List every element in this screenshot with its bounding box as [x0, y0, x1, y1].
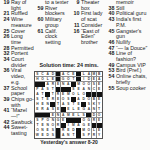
black-square	[97, 92, 102, 97]
answer-cell: S	[86, 102, 91, 107]
answer-cell: A	[97, 77, 102, 82]
clue-text: “East of Eden” brother	[81, 29, 105, 46]
answer-cell: R	[92, 133, 97, 138]
answer-cell: N	[40, 128, 45, 133]
clue-text: India's first P.M.	[116, 17, 150, 28]
clue-text: Calif. clock setting	[45, 29, 70, 46]
answer-cell: E	[61, 118, 66, 123]
answer-cell: E	[97, 82, 102, 87]
clue-text: Long time	[11, 34, 34, 45]
answer-cell: M	[92, 72, 97, 77]
clue-number: 39	[1, 97, 11, 103]
answer-cell: S	[35, 118, 40, 123]
answer-cell: O	[71, 92, 76, 97]
clue-number: 60	[35, 17, 45, 23]
clue-number: 16	[71, 29, 81, 35]
clue-item: 16“East of Eden” brother	[71, 29, 105, 46]
black-square	[56, 87, 61, 92]
black-square	[97, 123, 102, 128]
answer-cell: O	[86, 97, 91, 102]
black-square	[61, 87, 66, 92]
answer-cell: L	[76, 92, 81, 97]
black-square	[76, 118, 81, 123]
clue-number: 55	[106, 86, 116, 92]
answer-cell: E	[40, 102, 45, 107]
clue-column-2: to a texter59River blockers60Military gr…	[35, 0, 70, 46]
answer-cell: A	[35, 92, 40, 97]
answer-cell: I	[66, 123, 71, 128]
answer-cell: O	[81, 82, 86, 87]
black-square	[76, 133, 81, 138]
answer-cell: S	[66, 97, 71, 102]
answer-cell: E	[45, 128, 50, 133]
answer-cell: E	[66, 107, 71, 112]
answer-cell: S	[92, 82, 97, 87]
answer-cell: M	[71, 123, 76, 128]
answer-cell: N	[50, 118, 55, 123]
answer-cell: K	[92, 102, 97, 107]
answer-cell: P	[35, 87, 40, 92]
answer-cell: A	[45, 107, 50, 112]
answer-cell: O	[86, 128, 91, 133]
clue-number: 45	[106, 29, 116, 35]
answer-cell: A	[40, 87, 45, 92]
clue-item: 26Long time	[1, 34, 34, 45]
answer-cell: A	[61, 102, 66, 107]
answer-cell: M	[81, 128, 86, 133]
black-square	[66, 118, 71, 123]
clue-number: 54	[106, 74, 116, 80]
answer-cell: E	[40, 123, 45, 128]
answer-cell: O	[35, 128, 40, 133]
black-square	[35, 113, 40, 118]
answer-cell: R	[61, 128, 66, 133]
answer-cell: D	[71, 128, 76, 133]
answer-cell: R	[50, 97, 55, 102]
answer-cell: N	[66, 133, 71, 138]
answer-cell: T	[50, 92, 55, 97]
clue-column-1: 19Ray of light21Ruffled24Wine measure25C…	[1, 0, 34, 137]
answer-cell: S	[50, 133, 55, 138]
answer-cell: H	[35, 102, 40, 107]
black-square	[56, 133, 61, 138]
answer-cell: S	[50, 128, 55, 133]
black-square	[71, 97, 76, 102]
answer-cell: O	[50, 123, 55, 128]
clue-column-4: memoir38Still40Political guru43India's f…	[106, 0, 150, 91]
answer-cell: O	[97, 113, 102, 118]
answer-cell: A	[61, 113, 66, 118]
answer-cell: T	[50, 87, 55, 92]
black-square	[92, 92, 97, 97]
answer-cell: E	[56, 107, 61, 112]
answer-cell: O	[61, 97, 66, 102]
answer-cell: O	[66, 77, 71, 82]
answer-cell: D	[50, 72, 55, 77]
answer-cell: E	[71, 113, 76, 118]
answer-cell: B	[92, 97, 97, 102]
answer-cell: N	[45, 102, 50, 107]
black-square	[45, 113, 50, 118]
black-square	[50, 102, 55, 107]
answer-cell: E	[35, 107, 40, 112]
answer-cell: E	[50, 77, 55, 82]
answer-cell: E	[61, 92, 66, 97]
clue-number: 10	[71, 11, 81, 17]
answer-cell: E	[97, 118, 102, 123]
clue-number: 24	[1, 17, 11, 23]
answer-cell: C	[92, 87, 97, 92]
answer-cell: T	[56, 102, 61, 107]
answer-cell: G	[81, 107, 86, 112]
answer-cell: P	[86, 133, 91, 138]
black-square	[61, 123, 66, 128]
answer-cell: D	[81, 97, 86, 102]
answer-cell: A	[45, 72, 50, 77]
black-square	[92, 123, 97, 128]
answer-cell: A	[61, 133, 66, 138]
answer-cell: D	[86, 77, 91, 82]
clue-text: Online chats, briefly	[116, 74, 150, 85]
answer-cell: E	[76, 107, 81, 112]
black-square	[35, 82, 40, 87]
yesterdays-answer-grid: SCADACELAMBHOLEGOTIDEAARENAMOOSEPASTSEAN…	[34, 71, 103, 140]
clue-text: Military group	[45, 17, 70, 28]
answer-cell: E	[66, 128, 71, 133]
clue-number: 9	[71, 0, 81, 6]
clue-item: 55Soup cooker	[106, 86, 150, 92]
answer-cell: O	[40, 77, 45, 82]
black-square	[76, 72, 81, 77]
answer-cell: T	[71, 102, 76, 107]
answer-cell: M	[66, 113, 71, 118]
answer-cell: M	[76, 82, 81, 87]
answer-cell: R	[56, 123, 61, 128]
answer-cell: Y	[97, 102, 102, 107]
answer-cell: S	[81, 113, 86, 118]
black-square	[40, 82, 45, 87]
black-square	[61, 107, 66, 112]
answer-cell: S	[66, 102, 71, 107]
answer-cell: B	[97, 72, 102, 77]
clue-text: Viral video, e.g.	[11, 68, 34, 85]
answer-cell: D	[45, 133, 50, 138]
answer-cell: T	[97, 107, 102, 112]
answer-cell: E	[40, 133, 45, 138]
answer-cell: A	[45, 82, 50, 87]
clue-number: 48	[106, 51, 116, 57]
black-square	[66, 87, 71, 92]
answer-cell: S	[81, 133, 86, 138]
answer-cell: L	[45, 77, 50, 82]
answer-cell: T	[71, 77, 76, 82]
clue-item: 43India's first P.M.	[106, 17, 150, 28]
black-square	[76, 128, 81, 133]
answer-cell: D	[92, 113, 97, 118]
answer-cell: L	[71, 107, 76, 112]
answer-cell: S	[45, 87, 50, 92]
answer-cell: L	[81, 72, 86, 77]
answer-cell: E	[50, 113, 55, 118]
answer-cell: G	[86, 118, 91, 123]
answer-cell: R	[40, 107, 45, 112]
black-square	[40, 113, 45, 118]
answer-cell: C	[40, 72, 45, 77]
answer-cell: A	[66, 82, 71, 87]
black-square	[76, 77, 81, 82]
clue-number: 37	[1, 86, 11, 92]
answer-cell: A	[86, 107, 91, 112]
clue-number: 19	[1, 0, 11, 6]
answer-cell: A	[76, 123, 81, 128]
black-square	[86, 92, 91, 97]
answer-cell: E	[92, 77, 97, 82]
answer-cell: Y	[97, 133, 102, 138]
answer-cell: E	[56, 97, 61, 102]
answer-cell: I	[81, 77, 86, 82]
clue-text: Wine measure	[11, 17, 34, 28]
black-square	[56, 128, 61, 133]
answer-cell: H	[35, 77, 40, 82]
answer-cell: W	[35, 133, 40, 138]
answer-cell: S	[50, 107, 55, 112]
clue-text: Soup cooker	[116, 86, 150, 92]
answer-cell: R	[56, 92, 61, 97]
answer-cell: C	[66, 72, 71, 77]
black-square	[71, 118, 76, 123]
answer-cell: N	[61, 82, 66, 87]
clue-number: 26	[1, 34, 11, 40]
clue-item: 61Calif. clock setting	[35, 29, 70, 46]
clue-number: 43	[106, 17, 116, 23]
answer-cell: E	[71, 72, 76, 77]
answer-cell: N	[56, 113, 61, 118]
answer-cell: E	[45, 97, 50, 102]
clue-number: 34	[1, 57, 11, 63]
answer-cell: R	[50, 82, 55, 87]
clue-item: 60Military group	[35, 17, 70, 28]
black-square	[71, 82, 76, 87]
clue-number: 61	[35, 29, 45, 35]
black-square	[56, 77, 61, 82]
answer-cell: P	[40, 118, 45, 123]
answer-cell: G	[61, 77, 66, 82]
answer-cell: N	[45, 123, 50, 128]
clue-number: 59	[35, 6, 45, 12]
answer-cell: E	[56, 82, 61, 87]
answer-cell: O	[81, 92, 86, 97]
clue-item: 54Online chats, briefly	[106, 74, 150, 85]
answer-cell: E	[76, 102, 81, 107]
clue-item: 24Wine measure	[1, 17, 34, 28]
black-square	[56, 72, 61, 77]
answer-cell: T	[71, 133, 76, 138]
clue-item: 44Sweet-tasting	[1, 125, 34, 136]
clue-number: 41	[1, 108, 11, 114]
answer-cell: O	[45, 118, 50, 123]
answer-cell: E	[97, 87, 102, 92]
answer-cell: A	[81, 87, 86, 92]
black-square	[45, 92, 50, 97]
yesterdays-answer-caption: Yesterday's answer 8-20	[28, 140, 110, 146]
answer-cell: S	[71, 87, 76, 92]
answer-cell: N	[86, 87, 91, 92]
answer-cell: L	[92, 128, 97, 133]
answer-cell: G	[81, 123, 86, 128]
answer-cell: T	[40, 97, 45, 102]
answer-cell: T	[35, 123, 40, 128]
answer-cell: A	[61, 72, 66, 77]
clue-item: 36Viral video, e.g.	[1, 68, 34, 85]
clue-column-3: 9Theater box10First lady of scat11Consid…	[71, 0, 105, 46]
answer-cell: S	[35, 97, 40, 102]
answer-cell: N	[92, 107, 97, 112]
clue-number: 36	[1, 68, 11, 74]
black-square	[81, 102, 86, 107]
answer-cell: E	[97, 128, 102, 133]
answer-cell: E	[86, 123, 91, 128]
answer-cell: R	[92, 118, 97, 123]
clue-text: Sweet-tasting	[11, 125, 34, 136]
answer-cell: O	[86, 82, 91, 87]
answer-cell: O	[81, 118, 86, 123]
answer-cell: S	[35, 72, 40, 77]
answer-cell: G	[56, 118, 61, 123]
answer-cell: E	[97, 97, 102, 102]
solution-time-label: Solution time: 24 mins.	[28, 62, 110, 68]
answer-cell: T	[40, 92, 45, 97]
answer-cell: M	[66, 92, 71, 97]
answer-cell: L	[76, 113, 81, 118]
answer-cell: A	[76, 97, 81, 102]
crossword-page: 19Ray of light21Ruffled24Wine measure25C…	[0, 0, 150, 150]
clue-number: 44	[1, 125, 11, 131]
black-square	[86, 113, 91, 118]
answer-cell: E	[76, 87, 81, 92]
answer-cell: A	[86, 72, 91, 77]
